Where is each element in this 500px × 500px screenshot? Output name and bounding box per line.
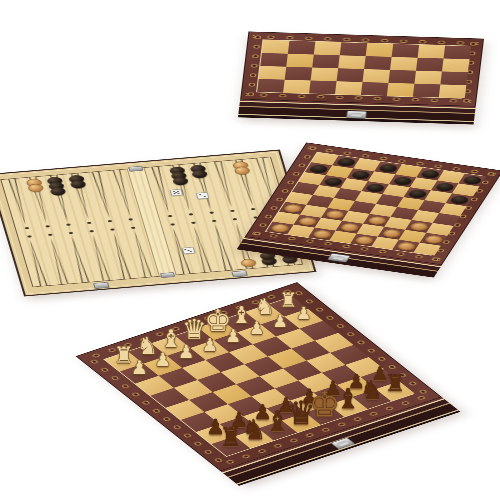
box-grid-square [439,84,467,98]
box-grid-square [388,70,416,84]
box-grid-square [311,67,339,81]
ck-grid-square [413,243,440,256]
checkers-grid [265,152,483,256]
folded-chess-box [238,31,484,124]
box-grid-square [262,40,290,54]
box-grid-square [390,57,418,71]
product-photo-stage: ♜♞♟♝♟♚♟♛♟♝♟♞♟♜♟♟♟♟♜♟♞♟♝♟♚♟♛♟♝♟♞♜ [0,0,500,500]
box-grid-square [312,55,340,69]
metal-clasp-icon [330,437,355,449]
box-grid-square [440,71,468,85]
chess-board [76,282,461,486]
box-grid-square [259,66,287,80]
box-grid-square [361,82,389,96]
checker-light [353,235,374,245]
box-grid-square [337,68,365,82]
box-grid-square [363,69,391,83]
die-showing-5 [169,189,183,196]
box-grid-square [444,46,472,60]
box-grid-square [338,55,366,69]
backgammon-points-left-bottom [20,230,159,286]
box-grid-square [314,42,342,56]
checker-light [395,241,416,251]
box-lid-checker-pattern [256,39,468,98]
die-showing-2 [196,192,210,199]
box-grid-square [285,67,313,81]
box-grid-square [286,54,314,68]
metal-clasp-icon [232,270,249,277]
box-grid-square [364,56,392,70]
hinge-icon [128,166,143,172]
backgammon-points-right-top [145,157,284,213]
box-grid-square [414,71,442,85]
box-grid-square [309,80,337,94]
metal-clasp-icon [327,253,351,262]
die-showing-3 [181,247,195,254]
box-grid-square [260,53,288,67]
box-grid-square [387,83,415,97]
box-grid-square [366,43,394,57]
box-grid-square [257,79,285,93]
checker-light [269,223,290,233]
box-grid-square [413,84,441,98]
box-grid-square [418,45,446,59]
box-frame [240,31,484,106]
box-grid-square [288,41,316,55]
box-grid-square [392,44,420,58]
box-grid-square [283,80,311,94]
box-grid-square [340,42,368,56]
metal-clasp-icon [346,111,367,119]
checker-light [311,229,332,239]
chess-frame [76,282,442,471]
hinge-icon [160,272,175,278]
box-grid-square [416,58,444,72]
metal-clasp-icon [93,282,110,289]
box-grid-square [335,81,363,95]
box-grid-square [442,58,470,72]
